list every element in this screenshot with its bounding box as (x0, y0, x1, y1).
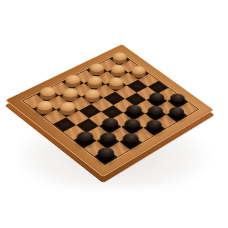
product-photo (0, 0, 228, 228)
board-square[interactable] (94, 149, 117, 165)
